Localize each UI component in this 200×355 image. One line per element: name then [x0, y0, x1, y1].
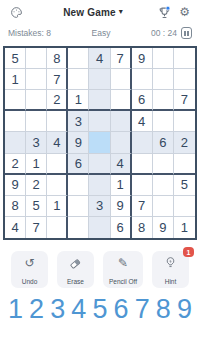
cell-r2c6[interactable] [111, 69, 132, 90]
cell-r5c4[interactable]: 9 [68, 132, 89, 153]
hint-button[interactable]: 1 Hint [152, 251, 189, 288]
cell-r3c9[interactable]: 7 [174, 90, 195, 111]
lightbulb-icon [164, 255, 177, 270]
numpad: 123456789 [0, 296, 200, 323]
numpad-8[interactable]: 8 [156, 296, 171, 323]
cell-r4c8[interactable] [153, 111, 174, 132]
cell-r1c2[interactable] [26, 48, 47, 69]
cell-r6c4[interactable]: 6 [68, 154, 89, 175]
cell-r8c5[interactable]: 3 [89, 196, 110, 217]
gear-icon[interactable]: ⚙ [179, 6, 190, 18]
hint-badge: 1 [183, 247, 194, 257]
erase-button[interactable]: Erase [57, 251, 94, 288]
status-bar: Mistakes: 8 Easy 00 : 24 [0, 19, 200, 39]
cell-r8c6[interactable]: 9 [111, 196, 132, 217]
numpad-7[interactable]: 7 [135, 296, 150, 323]
cell-r9c8[interactable]: 9 [153, 217, 174, 238]
cell-r1c8[interactable] [153, 48, 174, 69]
cell-r2c4[interactable] [68, 69, 89, 90]
cell-r1c5[interactable]: 4 [89, 48, 110, 69]
cell-r3c7[interactable]: 6 [132, 90, 153, 111]
cell-r7c3[interactable] [47, 175, 68, 196]
numpad-6[interactable]: 6 [114, 296, 129, 323]
numpad-4[interactable]: 4 [71, 296, 86, 323]
header: New Game ▾ ⚙ [0, 0, 200, 19]
chevron-down-icon: ▾ [119, 8, 123, 16]
difficulty-label: Easy [92, 28, 111, 38]
numpad-1[interactable]: 1 [8, 296, 23, 323]
cell-r5c9[interactable]: 2 [174, 132, 195, 153]
cell-r2c5[interactable] [89, 69, 110, 90]
cell-r1c9[interactable] [174, 48, 195, 69]
cell-r3c4[interactable]: 1 [68, 90, 89, 111]
page-title: New Game [63, 7, 116, 18]
cell-r8c1[interactable]: 8 [5, 196, 26, 217]
cell-r8c7[interactable]: 7 [132, 196, 153, 217]
cell-r2c9[interactable] [174, 69, 195, 90]
cell-r7c1[interactable]: 9 [5, 175, 26, 196]
cell-r3c6[interactable] [111, 90, 132, 111]
cell-r4c7[interactable]: 4 [132, 111, 153, 132]
cell-r9c7[interactable]: 8 [132, 217, 153, 238]
cell-r8c2[interactable]: 5 [26, 196, 47, 217]
cell-r4c3[interactable] [47, 111, 68, 132]
cell-r1c3[interactable]: 8 [47, 48, 68, 69]
cell-r3c3[interactable]: 2 [47, 90, 68, 111]
cell-r3c2[interactable] [26, 90, 47, 111]
cell-r1c1[interactable]: 5 [5, 48, 26, 69]
cell-r6c2[interactable]: 1 [26, 154, 47, 175]
cell-r6c8[interactable] [153, 154, 174, 175]
eraser-icon [68, 255, 82, 270]
cell-r7c5[interactable] [89, 175, 110, 196]
cell-r3c5[interactable] [89, 90, 110, 111]
cell-r2c3[interactable]: 7 [47, 69, 68, 90]
cell-r1c4[interactable] [68, 48, 89, 69]
numpad-3[interactable]: 3 [50, 296, 65, 323]
undo-icon: ↺ [24, 255, 34, 270]
cell-r4c4[interactable]: 3 [68, 111, 89, 132]
new-game-dropdown[interactable]: New Game ▾ [36, 7, 150, 18]
cell-r7c2[interactable]: 2 [26, 175, 47, 196]
pause-button[interactable] [181, 27, 192, 39]
cell-r2c7[interactable] [132, 69, 153, 90]
cell-r3c1[interactable] [5, 90, 26, 111]
cell-r9c4[interactable] [68, 217, 89, 238]
cell-r8c3[interactable]: 1 [47, 196, 68, 217]
cell-r3c8[interactable] [153, 90, 174, 111]
mistakes-counter: Mistakes: 8 [8, 28, 51, 38]
cell-r9c6[interactable]: 6 [111, 217, 132, 238]
numpad-5[interactable]: 5 [92, 296, 107, 323]
cell-r9c1[interactable]: 4 [5, 217, 26, 238]
cell-r4c2[interactable] [26, 111, 47, 132]
pencil-button[interactable]: ✎ Pencil Off [103, 251, 143, 288]
cell-r5c5[interactable] [89, 132, 110, 153]
cell-r7c4[interactable] [68, 175, 89, 196]
cell-r2c1[interactable]: 1 [5, 69, 26, 90]
cell-r2c8[interactable] [153, 69, 174, 90]
sudoku-board: 58479172167343496221649215851397476891 [3, 46, 197, 240]
sudoku-app: New Game ▾ ⚙ Mistakes: 8 Easy 00 : 24 [0, 0, 200, 355]
cell-r6c5[interactable] [89, 154, 110, 175]
undo-button[interactable]: ↺ Undo [11, 251, 48, 288]
cell-r2c2[interactable] [26, 69, 47, 90]
numpad-2[interactable]: 2 [29, 296, 44, 323]
cell-r9c9[interactable]: 1 [174, 217, 195, 238]
cell-r6c3[interactable] [47, 154, 68, 175]
cell-r7c6[interactable]: 1 [111, 175, 132, 196]
cell-r4c6[interactable] [111, 111, 132, 132]
cell-r4c5[interactable] [89, 111, 110, 132]
cell-r1c6[interactable]: 7 [111, 48, 132, 69]
palette-icon[interactable] [10, 6, 23, 19]
numpad-9[interactable]: 9 [177, 296, 192, 323]
cell-r8c4[interactable] [68, 196, 89, 217]
cell-r6c6[interactable]: 4 [111, 154, 132, 175]
cell-r9c3[interactable] [47, 217, 68, 238]
cell-r5c7[interactable] [132, 132, 153, 153]
cell-r5c2[interactable]: 3 [26, 132, 47, 153]
cell-r5c3[interactable]: 4 [47, 132, 68, 153]
cell-r5c1[interactable] [5, 132, 26, 153]
cell-r4c1[interactable] [5, 111, 26, 132]
pencil-icon: ✎ [118, 255, 128, 270]
cell-r5c8[interactable]: 6 [153, 132, 174, 153]
toolbar: ↺ Undo Erase ✎ Pencil Off 1 [0, 251, 200, 288]
cell-r9c2[interactable]: 7 [26, 217, 47, 238]
cell-r7c7[interactable] [132, 175, 153, 196]
cell-r6c1[interactable]: 2 [5, 154, 26, 175]
cell-r6c9[interactable] [174, 154, 195, 175]
cell-r8c9[interactable] [174, 196, 195, 217]
cell-r7c8[interactable] [153, 175, 174, 196]
cell-r5c6[interactable] [111, 132, 132, 153]
cell-r1c7[interactable]: 9 [132, 48, 153, 69]
cell-r9c5[interactable] [89, 217, 110, 238]
cell-r8c8[interactable] [153, 196, 174, 217]
cell-r7c9[interactable]: 5 [174, 175, 195, 196]
cell-r6c7[interactable] [132, 154, 153, 175]
trophy-icon[interactable] [157, 5, 172, 20]
timer: 00 : 24 [151, 28, 177, 38]
cell-r4c9[interactable] [174, 111, 195, 132]
